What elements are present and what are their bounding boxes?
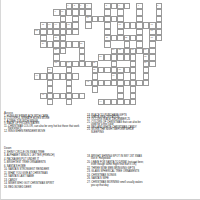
clue-number: 42 bbox=[86, 80, 88, 82]
clue-number: 8 bbox=[157, 4, 158, 6]
clue-number: 26 bbox=[54, 48, 56, 50]
across-clues-left-column: 1. HUNG BY FIREPLACE WITH CARE4. COLORFU… bbox=[4, 116, 82, 133]
clue-number: 14 bbox=[54, 23, 56, 25]
clue-number: 17 bbox=[150, 23, 152, 25]
clue-number: 6 bbox=[118, 4, 119, 6]
clue-number: 22 bbox=[125, 36, 127, 38]
clue-number: 32 bbox=[144, 55, 146, 57]
clue-number: 38 bbox=[93, 68, 95, 70]
clue-number: 37 bbox=[48, 68, 50, 70]
clue-number: 27 bbox=[112, 48, 114, 50]
clue-number: 3 bbox=[80, 4, 81, 6]
grid-cell[interactable] bbox=[92, 86, 98, 92]
clue-number: 24 bbox=[42, 42, 44, 44]
clue-item: 25. WORN THE NIGHT BEFORE WHILE SLEEPING bbox=[87, 129, 143, 134]
clue-item: 12. RING WHEN REINDEER MOVE bbox=[4, 131, 82, 133]
puzzle-page: 1234567891011121314151617181920212223242… bbox=[0, 0, 200, 200]
clue-number: 4 bbox=[86, 4, 87, 6]
clue-number: 21 bbox=[106, 36, 108, 38]
clue-number: 29 bbox=[131, 48, 133, 50]
clue-number: 40 bbox=[35, 74, 37, 76]
clue-number: 11 bbox=[86, 16, 88, 18]
grid-cell[interactable] bbox=[66, 99, 72, 105]
clue-number: 39 bbox=[118, 68, 120, 70]
clue-number: 19 bbox=[150, 29, 152, 31]
grid-cell[interactable] bbox=[72, 29, 78, 35]
clue-number: 16 bbox=[118, 23, 120, 25]
clue-number: 36 bbox=[144, 61, 146, 63]
clue-number: 10 bbox=[61, 10, 63, 12]
clue-number: 44 bbox=[99, 100, 101, 102]
clue-number: 25 bbox=[80, 42, 82, 44]
clue-number: 43 bbox=[42, 93, 44, 95]
clue-number: 20 bbox=[54, 36, 56, 38]
clue-number: 34 bbox=[67, 61, 69, 63]
down-header: Down bbox=[4, 147, 11, 150]
clue-number: 1 bbox=[67, 4, 68, 6]
clue-number: 28 bbox=[118, 48, 120, 50]
clue-item: 16. RED-NOSED DEER bbox=[4, 187, 84, 190]
grid-cell[interactable] bbox=[60, 48, 66, 54]
grid-cell[interactable] bbox=[149, 61, 155, 67]
clue-number: 2 bbox=[74, 4, 75, 6]
grid-cell[interactable] bbox=[156, 35, 162, 41]
clue-number: 9 bbox=[54, 10, 55, 12]
clue-number: 18 bbox=[35, 29, 37, 31]
clue-number: 13 bbox=[48, 23, 50, 25]
across-clues-right-column: 13. PLACE TO PURCHASE GIFTS15. WHITE PRE… bbox=[87, 115, 143, 135]
clue-number: 23 bbox=[150, 36, 152, 38]
grid-cell[interactable] bbox=[72, 73, 78, 79]
clue-number: 5 bbox=[106, 4, 107, 6]
grid-cell[interactable] bbox=[47, 99, 53, 105]
clue-number: 35 bbox=[93, 61, 95, 63]
clue-item: 27. CHRISTMAS MORNING smell usually wake… bbox=[87, 182, 144, 187]
clue-number: 41 bbox=[112, 74, 114, 76]
grid-cell[interactable] bbox=[79, 93, 85, 99]
grid-cell[interactable] bbox=[124, 3, 130, 9]
grid-cell[interactable] bbox=[130, 99, 136, 105]
grid-cell[interactable] bbox=[143, 80, 149, 86]
clue-number: 7 bbox=[138, 4, 139, 6]
down-clues-left-column: 2. SHINY CIRCLE ON XMAS TREE3. ALPHABET … bbox=[4, 152, 84, 191]
clue-number: 31 bbox=[99, 55, 101, 57]
clue-number: 33 bbox=[54, 61, 56, 63]
clue-number: 15 bbox=[67, 23, 69, 25]
grid-cell[interactable] bbox=[85, 22, 91, 28]
clue-number: 12 bbox=[42, 23, 44, 25]
down-clues-right-column: 18. BRIGHT SHINING SPOT IN SKY 1ST XMAS … bbox=[87, 156, 144, 189]
clue-number: 30 bbox=[144, 48, 146, 50]
